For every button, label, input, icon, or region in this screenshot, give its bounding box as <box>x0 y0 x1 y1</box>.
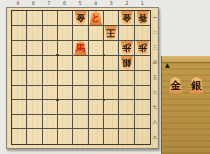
board-square-7-3[interactable] <box>43 41 58 56</box>
file-label-6: 6 <box>57 0 73 7</box>
board-square-3-6[interactable] <box>104 86 119 101</box>
sente-hand-tray: ▲ 金銀 <box>161 56 210 154</box>
file-label-5: 5 <box>72 0 88 7</box>
board-square-1-5[interactable] <box>135 71 150 86</box>
board-square-1-9[interactable] <box>135 129 150 144</box>
board-square-7-5[interactable] <box>43 71 58 86</box>
rank-label-3: 三 <box>152 40 158 55</box>
shogi-board: 金と金香王馬歩歩銀 一二三四五六七八九 <box>6 7 159 149</box>
shogi-piece-歩-1三[interactable]: 歩 <box>136 41 150 55</box>
board-square-5-5[interactable] <box>73 71 88 86</box>
board-square-8-4[interactable] <box>27 56 42 71</box>
board-square-2-8[interactable] <box>119 115 134 130</box>
board-square-9-7[interactable] <box>12 100 27 115</box>
board-square-2-6[interactable] <box>119 86 134 101</box>
board-square-9-3[interactable] <box>12 41 27 56</box>
shogi-piece-香-1一[interactable]: 香 <box>136 11 150 25</box>
board-square-3-8[interactable] <box>104 115 119 130</box>
board-square-5-8[interactable] <box>73 115 88 130</box>
file-label-8: 8 <box>26 0 42 7</box>
board-square-5-7[interactable] <box>73 100 88 115</box>
file-label-4: 4 <box>88 0 104 7</box>
board-square-7-7[interactable] <box>43 100 58 115</box>
board-square-5-3[interactable]: 馬 <box>73 41 88 56</box>
file-label-3: 3 <box>103 0 119 7</box>
board-square-8-5[interactable] <box>27 71 42 86</box>
board-square-9-1[interactable] <box>12 11 27 26</box>
sente-turn-indicator-icon: ▲ <box>165 62 170 68</box>
board-square-7-8[interactable] <box>43 115 58 130</box>
board-square-6-4[interactable] <box>58 56 73 71</box>
board-square-2-4[interactable]: 銀 <box>119 56 134 71</box>
file-label-9: 9 <box>10 0 26 7</box>
board-square-9-8[interactable] <box>12 115 27 130</box>
rank-label-6: 六 <box>152 85 158 100</box>
shogi-piece-と-4一[interactable]: と <box>89 11 103 25</box>
board-square-8-6[interactable] <box>27 86 42 101</box>
shogi-piece-銀-2四[interactable]: 銀 <box>120 56 134 70</box>
board-square-3-2[interactable]: 王 <box>104 26 119 41</box>
board-square-9-9[interactable] <box>12 129 27 144</box>
board-square-9-2[interactable] <box>12 26 27 41</box>
board-square-1-7[interactable] <box>135 100 150 115</box>
board-square-4-2[interactable] <box>89 26 104 41</box>
board-square-4-5[interactable] <box>89 71 104 86</box>
hand-piece-銀[interactable]: 銀 <box>189 77 204 94</box>
board-square-7-4[interactable] <box>43 56 58 71</box>
board-square-3-7[interactable] <box>104 100 119 115</box>
board-square-4-1[interactable]: と <box>89 11 104 26</box>
board-square-2-7[interactable] <box>119 100 134 115</box>
file-label-7: 7 <box>41 0 57 7</box>
board-square-2-1[interactable]: 金 <box>119 11 134 26</box>
board-square-3-9[interactable] <box>104 129 119 144</box>
board-square-4-4[interactable] <box>89 56 104 71</box>
board-square-4-9[interactable] <box>89 129 104 144</box>
rank-label-4: 四 <box>152 55 158 70</box>
board-square-6-9[interactable] <box>58 129 73 144</box>
board-square-2-5[interactable] <box>119 71 134 86</box>
board-square-6-1[interactable] <box>58 11 73 26</box>
board-square-5-6[interactable] <box>73 86 88 101</box>
board-square-9-4[interactable] <box>12 56 27 71</box>
file-labels: 987654321 <box>10 0 150 7</box>
shogi-piece-歩-2三[interactable]: 歩 <box>120 41 134 55</box>
board-square-1-4[interactable] <box>135 56 150 71</box>
rank-label-7: 七 <box>152 100 158 115</box>
board-square-7-1[interactable] <box>43 11 58 26</box>
board-square-6-2[interactable] <box>58 26 73 41</box>
rank-label-5: 五 <box>152 70 158 85</box>
board-square-4-8[interactable] <box>89 115 104 130</box>
board-square-2-2[interactable] <box>119 26 134 41</box>
board-square-7-6[interactable] <box>43 86 58 101</box>
board-square-8-7[interactable] <box>27 100 42 115</box>
board-square-6-7[interactable] <box>58 100 73 115</box>
hand-piece-金[interactable]: 金 <box>168 77 183 94</box>
board-square-2-9[interactable] <box>119 129 134 144</box>
board-square-7-2[interactable] <box>43 26 58 41</box>
shogi-piece-馬-5三[interactable]: 馬 <box>74 41 88 55</box>
shogi-piece-王-3二[interactable]: 王 <box>104 26 118 40</box>
sente-hand-pieces: 金銀 <box>168 77 208 94</box>
rank-labels: 一二三四五六七八九 <box>152 10 158 145</box>
board-square-5-9[interactable] <box>73 129 88 144</box>
board-square-4-6[interactable] <box>89 86 104 101</box>
board-square-1-1[interactable]: 香 <box>135 11 150 26</box>
board-square-8-8[interactable] <box>27 115 42 130</box>
rank-label-8: 八 <box>152 115 158 130</box>
board-square-5-4[interactable] <box>73 56 88 71</box>
shogi-piece-金-5一[interactable]: 金 <box>74 11 88 25</box>
board-square-4-3[interactable] <box>89 41 104 56</box>
rank-label-2: 二 <box>152 25 158 40</box>
board-square-3-3[interactable] <box>104 41 119 56</box>
board-square-8-3[interactable] <box>27 41 42 56</box>
board-square-1-2[interactable] <box>135 26 150 41</box>
rank-label-1: 一 <box>152 10 158 25</box>
board-square-3-5[interactable] <box>104 71 119 86</box>
board-square-6-8[interactable] <box>58 115 73 130</box>
file-label-2: 2 <box>119 0 135 7</box>
board-square-2-3[interactable]: 歩 <box>119 41 134 56</box>
board-square-1-3[interactable]: 歩 <box>135 41 150 56</box>
board-square-1-6[interactable] <box>135 86 150 101</box>
shogi-piece-金-2一[interactable]: 金 <box>120 11 134 25</box>
board-square-5-2[interactable] <box>73 26 88 41</box>
board-square-7-9[interactable] <box>43 129 58 144</box>
board-square-1-8[interactable] <box>135 115 150 130</box>
rank-label-9: 九 <box>152 130 158 145</box>
board-square-8-1[interactable] <box>27 11 42 26</box>
board-square-9-6[interactable] <box>12 86 27 101</box>
board-square-5-1[interactable]: 金 <box>73 11 88 26</box>
board-square-4-7[interactable] <box>89 100 104 115</box>
board-grid: 金と金香王馬歩歩銀 <box>11 10 151 145</box>
board-square-3-4[interactable] <box>104 56 119 71</box>
board-square-6-6[interactable] <box>58 86 73 101</box>
board-square-6-3[interactable] <box>58 41 73 56</box>
board-square-8-2[interactable] <box>27 26 42 41</box>
file-label-1: 1 <box>135 0 151 7</box>
board-square-6-5[interactable] <box>58 71 73 86</box>
board-square-8-9[interactable] <box>27 129 42 144</box>
board-square-9-5[interactable] <box>12 71 27 86</box>
board-square-3-1[interactable] <box>104 11 119 26</box>
